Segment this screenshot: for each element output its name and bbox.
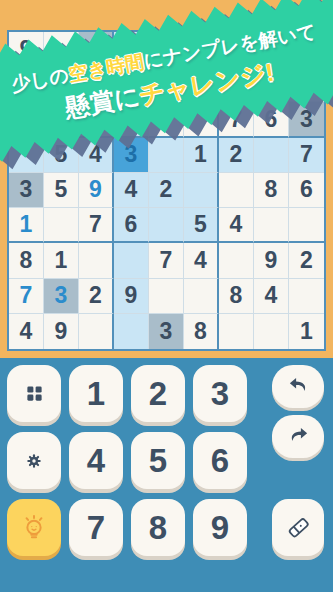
sudoku-cell-r5c7[interactable] xyxy=(219,173,254,208)
sudoku-cell-r9c8[interactable] xyxy=(254,314,289,349)
sudoku-cell-r4c9[interactable]: 7 xyxy=(289,138,324,173)
sudoku-cell-r9c9[interactable]: 1 xyxy=(289,314,324,349)
cell-digit: 2 xyxy=(300,247,313,274)
sudoku-cell-r8c6[interactable] xyxy=(184,279,219,314)
sudoku-cell-r8c1[interactable]: 7 xyxy=(9,279,44,314)
sudoku-cell-r5c9[interactable]: 6 xyxy=(289,173,324,208)
sudoku-cell-r5c4[interactable]: 4 xyxy=(114,173,149,208)
digit-8-button[interactable]: 8 xyxy=(131,499,185,556)
cell-digit: 7 xyxy=(20,282,33,309)
cell-digit: 2 xyxy=(160,176,173,203)
cell-digit: 5 xyxy=(55,176,68,203)
digit-5-button[interactable]: 5 xyxy=(131,432,185,489)
sudoku-cell-r6c4[interactable]: 6 xyxy=(114,208,149,243)
sudoku-cell-r5c8[interactable]: 8 xyxy=(254,173,289,208)
erase-button[interactable] xyxy=(272,499,324,556)
sudoku-cell-r6c1[interactable]: 1 xyxy=(9,208,44,243)
cell-digit: 8 xyxy=(230,282,243,309)
sudoku-cell-r8c4[interactable]: 9 xyxy=(114,279,149,314)
sudoku-cell-r7c9[interactable]: 2 xyxy=(289,243,324,278)
settings-button[interactable] xyxy=(7,432,61,489)
undo-arrow-icon xyxy=(287,375,310,398)
app-screen: 9476354312735942861765481749273298449381… xyxy=(0,0,333,592)
digit-9-button[interactable]: 9 xyxy=(193,499,247,556)
cell-digit: 8 xyxy=(194,318,207,345)
cell-digit: 9 xyxy=(89,176,102,203)
sudoku-cell-r9c7[interactable] xyxy=(219,314,254,349)
redo-button[interactable] xyxy=(272,415,324,458)
sudoku-cell-r8c5[interactable] xyxy=(149,279,184,314)
sudoku-cell-r4c6[interactable]: 1 xyxy=(184,138,219,173)
sudoku-cell-r7c5[interactable]: 7 xyxy=(149,243,184,278)
digit-3-button[interactable]: 3 xyxy=(193,365,247,422)
cell-digit: 4 xyxy=(125,176,138,203)
sudoku-cell-r9c4[interactable] xyxy=(114,314,149,349)
cell-digit: 9 xyxy=(265,247,278,274)
cell-digit: 2 xyxy=(230,141,243,168)
sudoku-cell-r6c2[interactable] xyxy=(44,208,79,243)
sudoku-cell-r6c6[interactable]: 5 xyxy=(184,208,219,243)
sudoku-cell-r8c9[interactable] xyxy=(289,279,324,314)
cell-digit: 1 xyxy=(55,247,68,274)
sudoku-cell-r7c2[interactable]: 1 xyxy=(44,243,79,278)
cell-digit: 4 xyxy=(265,282,278,309)
digit-7-button[interactable]: 7 xyxy=(69,499,123,556)
undo-button[interactable] xyxy=(272,365,324,408)
digit-1-button[interactable]: 1 xyxy=(69,365,123,422)
sudoku-cell-r6c8[interactable] xyxy=(254,208,289,243)
sudoku-cell-r7c7[interactable] xyxy=(219,243,254,278)
sudoku-cell-r4c7[interactable]: 2 xyxy=(219,138,254,173)
cell-digit: 8 xyxy=(20,247,33,274)
sudoku-cell-r4c5[interactable] xyxy=(149,138,184,173)
eraser-icon xyxy=(285,514,312,541)
cell-digit: 9 xyxy=(55,318,68,345)
memo-grid-icon xyxy=(25,384,44,403)
cell-digit: 4 xyxy=(20,318,33,345)
sudoku-cell-r6c7[interactable]: 4 xyxy=(219,208,254,243)
cell-digit: 1 xyxy=(194,141,207,168)
keypad-grid: 1 2 3 4 5 6 7 8 9 xyxy=(7,365,247,556)
cell-digit: 6 xyxy=(125,211,138,238)
cell-digit: 7 xyxy=(300,141,313,168)
sudoku-cell-r6c5[interactable] xyxy=(149,208,184,243)
sudoku-cell-r5c1[interactable]: 3 xyxy=(9,173,44,208)
sudoku-cell-r7c1[interactable]: 8 xyxy=(9,243,44,278)
sudoku-cell-r5c6[interactable] xyxy=(184,173,219,208)
cell-digit: 3 xyxy=(160,318,173,345)
settings-gear-icon xyxy=(25,452,43,470)
digit-4-button[interactable]: 4 xyxy=(69,432,123,489)
sudoku-cell-r5c2[interactable]: 5 xyxy=(44,173,79,208)
banner-line1-prefix: 少しの xyxy=(10,64,71,95)
sudoku-cell-r5c5[interactable]: 2 xyxy=(149,173,184,208)
sudoku-cell-r7c3[interactable] xyxy=(79,243,114,278)
digit-2-button[interactable]: 2 xyxy=(131,365,185,422)
cell-digit: 1 xyxy=(300,318,313,345)
cell-digit: 7 xyxy=(160,247,173,274)
sudoku-cell-r7c6[interactable]: 4 xyxy=(184,243,219,278)
sudoku-cell-r9c5[interactable]: 3 xyxy=(149,314,184,349)
cell-digit: 3 xyxy=(20,176,33,203)
cell-digit: 9 xyxy=(125,282,138,309)
memo-button[interactable] xyxy=(7,365,61,422)
sudoku-cell-r8c7[interactable]: 8 xyxy=(219,279,254,314)
cell-digit: 4 xyxy=(194,247,207,274)
redo-arrow-icon xyxy=(287,425,310,448)
sudoku-cell-r9c1[interactable]: 4 xyxy=(9,314,44,349)
sudoku-cell-r9c6[interactable]: 8 xyxy=(184,314,219,349)
cell-digit: 5 xyxy=(194,211,207,238)
sudoku-cell-r6c9[interactable] xyxy=(289,208,324,243)
sudoku-cell-r7c8[interactable]: 9 xyxy=(254,243,289,278)
cell-digit: 2 xyxy=(89,282,102,309)
banner-line2-prefix: 懸賞に xyxy=(63,81,142,122)
cell-digit: 3 xyxy=(55,282,68,309)
sudoku-cell-r9c2[interactable]: 9 xyxy=(44,314,79,349)
hint-lightbulb-icon xyxy=(20,514,48,542)
cell-digit: 8 xyxy=(265,176,278,203)
sudoku-cell-r6c3[interactable]: 7 xyxy=(79,208,114,243)
cell-digit: 7 xyxy=(89,211,102,238)
keypad: 1 2 3 4 5 6 7 8 9 xyxy=(0,358,333,592)
cell-digit: 1 xyxy=(20,211,33,238)
sudoku-cell-r4c8[interactable] xyxy=(254,138,289,173)
sudoku-cell-r7c4[interactable] xyxy=(114,243,149,278)
cell-digit: 4 xyxy=(230,211,243,238)
hint-button[interactable] xyxy=(7,499,61,556)
sudoku-cell-r8c2[interactable]: 3 xyxy=(44,279,79,314)
digit-6-button[interactable]: 6 xyxy=(193,432,247,489)
sudoku-cell-r9c3[interactable] xyxy=(79,314,114,349)
cell-digit: 6 xyxy=(300,176,313,203)
sudoku-cell-r8c8[interactable]: 4 xyxy=(254,279,289,314)
sudoku-cell-r8c3[interactable]: 2 xyxy=(79,279,114,314)
sudoku-cell-r5c3[interactable]: 9 xyxy=(79,173,114,208)
